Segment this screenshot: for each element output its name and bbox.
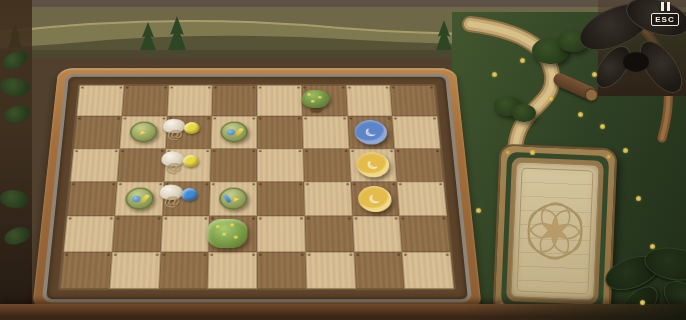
bush-tree-icon bbox=[512, 104, 536, 122]
board-cell[interactable] bbox=[60, 252, 112, 289]
board-grid: ►@☾@☾@►☾ bbox=[58, 84, 456, 290]
piece-disc-arrow[interactable]: ► bbox=[129, 122, 158, 143]
board-cell[interactable] bbox=[304, 182, 352, 216]
piece-blob[interactable] bbox=[207, 219, 248, 248]
board-cell[interactable] bbox=[109, 252, 160, 289]
pause-icon bbox=[661, 2, 670, 11]
flower-icon bbox=[592, 72, 597, 77]
flower-icon bbox=[476, 208, 481, 213]
board-cell[interactable] bbox=[257, 182, 304, 216]
board-cell[interactable] bbox=[395, 148, 444, 181]
card-back[interactable] bbox=[510, 161, 600, 300]
board-cell[interactable] bbox=[304, 216, 353, 252]
board-cell[interactable] bbox=[257, 116, 303, 148]
piece-disc-pinpin[interactable] bbox=[124, 188, 154, 210]
board-cell[interactable]: @ bbox=[162, 182, 210, 216]
board-cell[interactable] bbox=[257, 216, 305, 252]
board-cell[interactable] bbox=[73, 116, 121, 148]
flower-icon bbox=[578, 112, 583, 117]
piece-bush[interactable] bbox=[302, 90, 331, 111]
rosette-emblem-icon bbox=[516, 192, 593, 269]
piece-button-yellow[interactable]: ☾ bbox=[357, 186, 392, 212]
board-cell[interactable] bbox=[159, 252, 209, 289]
board-cell[interactable] bbox=[160, 216, 209, 252]
flower-icon bbox=[640, 300, 645, 305]
shell-coil-icon: @ bbox=[162, 193, 182, 210]
board-cell[interactable] bbox=[301, 85, 347, 116]
board-cell[interactable] bbox=[352, 216, 402, 252]
board-cell[interactable] bbox=[112, 216, 162, 252]
seed-icon bbox=[222, 233, 226, 236]
flower-icon bbox=[492, 72, 497, 77]
game-board: ►@☾@☾@►☾ bbox=[32, 68, 482, 310]
board-cell[interactable] bbox=[402, 252, 454, 289]
board-cell[interactable] bbox=[117, 148, 165, 181]
tray-pin bbox=[606, 154, 611, 159]
piece-shell-yellow[interactable]: @ bbox=[159, 151, 201, 178]
pause-button[interactable]: ESC bbox=[646, 2, 684, 26]
flower-icon bbox=[530, 150, 535, 155]
board-cell[interactable]: ☾ bbox=[349, 148, 397, 181]
shell-ball bbox=[184, 123, 200, 135]
board-cell[interactable] bbox=[303, 148, 350, 181]
shell-coil-icon: @ bbox=[164, 160, 183, 177]
piece-shell-blue[interactable]: @ bbox=[157, 185, 200, 213]
board-cell[interactable] bbox=[302, 116, 349, 148]
board-cell[interactable] bbox=[70, 148, 119, 181]
bud-icon bbox=[318, 96, 322, 99]
board-cell[interactable] bbox=[211, 116, 257, 148]
esc-key-badge: ESC bbox=[651, 13, 679, 26]
board-cell[interactable] bbox=[67, 182, 117, 216]
board-cell[interactable] bbox=[64, 216, 115, 252]
seed-icon bbox=[230, 224, 234, 227]
board-cell[interactable] bbox=[354, 252, 405, 289]
flower-icon bbox=[520, 58, 525, 63]
bud-icon bbox=[307, 93, 311, 96]
button-curl-glyph: ☾ bbox=[365, 191, 384, 206]
piece-shell-yellow[interactable]: @ bbox=[161, 119, 202, 145]
board-cell[interactable] bbox=[305, 252, 355, 289]
piece-disc-pinarrow[interactable]: ► bbox=[219, 188, 248, 210]
flower-icon bbox=[548, 96, 553, 101]
board-cell[interactable] bbox=[167, 85, 213, 116]
board-cell[interactable] bbox=[122, 85, 169, 116]
table-front-edge bbox=[0, 304, 686, 320]
button-curl-glyph: ☾ bbox=[363, 158, 382, 172]
board-cell[interactable] bbox=[399, 216, 450, 252]
token-yellow-arrow-icon: ► bbox=[138, 128, 148, 136]
flower-icon bbox=[623, 148, 628, 153]
flower-icon bbox=[600, 124, 605, 129]
board-cell[interactable]: ☾ bbox=[347, 116, 394, 148]
board-cell[interactable] bbox=[346, 85, 393, 116]
board-cell[interactable] bbox=[392, 116, 440, 148]
token-yellow-pin-icon bbox=[139, 194, 149, 204]
board-cell[interactable]: ☾ bbox=[350, 182, 399, 216]
seed-icon bbox=[216, 225, 220, 228]
shell-ball bbox=[182, 188, 198, 201]
game-scene: ►@☾@☾@►☾ bbox=[0, 0, 686, 320]
board-cell[interactable]: @ bbox=[165, 116, 212, 148]
token-yellow-arrow-icon: ► bbox=[232, 195, 242, 203]
board-cell[interactable] bbox=[257, 148, 304, 181]
board-cell[interactable] bbox=[257, 252, 306, 289]
piece-button-blue[interactable]: ☾ bbox=[354, 120, 387, 144]
bud-icon bbox=[311, 100, 315, 103]
side-card-tray[interactable] bbox=[492, 144, 617, 319]
flower-icon bbox=[650, 244, 655, 249]
board-frame: ►@☾@☾@►☾ bbox=[42, 74, 472, 302]
board-cell[interactable] bbox=[208, 252, 257, 289]
board-cell[interactable] bbox=[115, 182, 164, 216]
board-cell[interactable] bbox=[257, 85, 302, 116]
board-cell[interactable] bbox=[212, 85, 257, 116]
board-cell[interactable] bbox=[210, 148, 257, 181]
board-cell[interactable]: ► bbox=[210, 182, 257, 216]
shell-coil-icon: @ bbox=[166, 127, 185, 143]
seed-icon bbox=[234, 236, 238, 239]
board-cell[interactable] bbox=[390, 85, 437, 116]
bush-foliage bbox=[302, 90, 330, 108]
flower-icon bbox=[636, 196, 641, 201]
board-cell[interactable] bbox=[397, 182, 447, 216]
left-wall bbox=[0, 0, 32, 320]
button-curl-glyph: ☾ bbox=[362, 125, 380, 139]
board-cell[interactable] bbox=[77, 85, 124, 116]
shell-ball bbox=[183, 155, 199, 167]
board-cell[interactable]: ► bbox=[119, 116, 166, 148]
token-yellow-pin-icon bbox=[234, 128, 244, 137]
board-cell[interactable]: @ bbox=[164, 148, 211, 181]
piece-disc-ballpin[interactable] bbox=[220, 122, 248, 143]
piece-button-yellow[interactable]: ☾ bbox=[356, 152, 390, 177]
board-cell[interactable] bbox=[209, 216, 257, 252]
